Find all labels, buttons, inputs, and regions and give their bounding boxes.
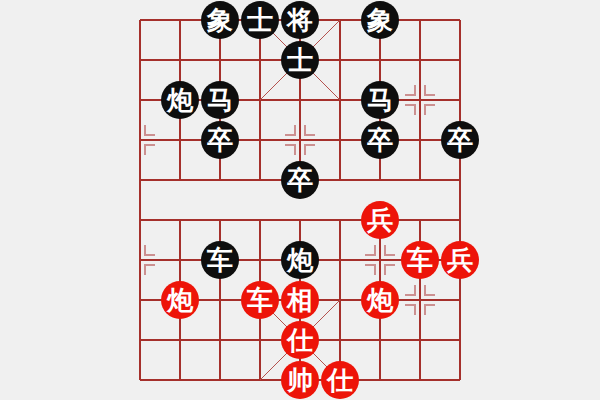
piece-red-advisor[interactable]: 仕 [281,321,319,359]
board-point[interactable] [360,320,400,360]
board-point[interactable] [400,40,440,80]
board-point[interactable]: 将 [280,0,320,40]
board-point[interactable]: 仕 [280,320,320,360]
board-point[interactable] [240,40,280,80]
board-point[interactable] [240,200,280,240]
piece-red-advisor[interactable]: 仕 [321,361,359,399]
board-point[interactable]: 炮 [160,80,200,120]
piece-black-advisor[interactable]: 士 [241,1,279,39]
board-point[interactable] [120,0,160,40]
board-point[interactable]: 卒 [200,120,240,160]
board-point[interactable] [320,240,360,280]
board-point[interactable] [320,320,360,360]
piece-black-chariot[interactable]: 车 [201,241,239,279]
board-point[interactable]: 相 [280,280,320,320]
board-point[interactable] [240,240,280,280]
piece-black-elephant[interactable]: 象 [201,1,239,39]
board-point[interactable] [440,320,480,360]
board-point[interactable]: 车 [400,240,440,280]
board-point[interactable] [320,40,360,80]
board-point[interactable]: 象 [360,0,400,40]
board-point[interactable] [440,40,480,80]
board-point[interactable] [200,280,240,320]
board-point[interactable] [440,0,480,40]
board-point[interactable] [320,0,360,40]
piece-red-general[interactable]: 帅 [281,361,319,399]
board-point[interactable] [160,160,200,200]
piece-red-chariot[interactable]: 车 [241,281,279,319]
piece-black-elephant[interactable]: 象 [361,1,399,39]
board-point[interactable]: 炮 [360,280,400,320]
piece-red-pawn[interactable]: 兵 [361,201,399,239]
piece-red-cannon[interactable]: 炮 [361,281,399,319]
board-point[interactable] [400,80,440,120]
board-point[interactable] [120,320,160,360]
board-point[interactable] [200,200,240,240]
board-point[interactable]: 马 [200,80,240,120]
board-point[interactable]: 炮 [160,280,200,320]
board-point[interactable] [360,40,400,80]
board-point[interactable] [400,120,440,160]
board-point[interactable] [320,280,360,320]
board-point[interactable] [440,200,480,240]
piece-black-advisor[interactable]: 士 [281,41,319,79]
board-point[interactable] [240,80,280,120]
board-point[interactable] [160,200,200,240]
board-point[interactable] [400,200,440,240]
board-point[interactable] [160,360,200,400]
board-point[interactable]: 炮 [280,240,320,280]
board-point[interactable] [400,320,440,360]
piece-black-cannon[interactable]: 炮 [281,241,319,279]
board-point[interactable] [240,160,280,200]
board-point[interactable]: 兵 [440,240,480,280]
board-point[interactable] [160,40,200,80]
board-point[interactable] [120,160,160,200]
board-point[interactable]: 车 [200,240,240,280]
board-point[interactable] [440,360,480,400]
board-point[interactable] [320,120,360,160]
piece-red-cannon[interactable]: 炮 [161,281,199,319]
xiangqi-board: 象士将象士炮马马卒卒卒卒兵车炮车兵炮车相炮仕帅仕 [120,0,480,400]
piece-black-pawn[interactable]: 卒 [441,121,479,159]
board-point[interactable]: 帅 [280,360,320,400]
board-point[interactable] [160,240,200,280]
board-point[interactable] [280,120,320,160]
board-point[interactable] [120,120,160,160]
board-point[interactable] [360,360,400,400]
board-point[interactable]: 卒 [360,120,400,160]
board-point[interactable] [320,200,360,240]
piece-black-pawn[interactable]: 卒 [281,161,319,199]
board-point[interactable]: 卒 [440,120,480,160]
board-point[interactable]: 兵 [360,200,400,240]
board-point[interactable] [120,200,160,240]
board-point[interactable]: 马 [360,80,400,120]
piece-black-cannon[interactable]: 炮 [161,81,199,119]
board-point[interactable] [120,280,160,320]
board-point[interactable] [280,80,320,120]
board-point[interactable] [320,80,360,120]
board-point[interactable]: 卒 [280,160,320,200]
board-point[interactable] [240,320,280,360]
board-point[interactable] [360,240,400,280]
board-point[interactable]: 仕 [320,360,360,400]
piece-black-horse[interactable]: 马 [361,81,399,119]
board-point[interactable]: 士 [240,0,280,40]
board-point[interactable] [200,360,240,400]
board-point[interactable] [160,120,200,160]
board-point[interactable] [320,160,360,200]
board-point[interactable] [200,160,240,200]
board-point[interactable] [400,160,440,200]
board-point[interactable] [120,40,160,80]
piece-black-pawn[interactable]: 卒 [361,121,399,159]
board-point[interactable] [240,360,280,400]
piece-red-pawn[interactable]: 兵 [441,241,479,279]
piece-red-elephant[interactable]: 相 [281,281,319,319]
board-point[interactable] [240,120,280,160]
board-point[interactable] [120,240,160,280]
board-point[interactable]: 车 [240,280,280,320]
board-point[interactable] [200,40,240,80]
board-point[interactable] [280,200,320,240]
xiangqi-app-canvas: 象士将象士炮马马卒卒卒卒兵车炮车兵炮车相炮仕帅仕 [0,0,600,400]
board-point[interactable] [400,280,440,320]
board-point[interactable]: 象 [200,0,240,40]
board-point[interactable] [400,360,440,400]
board-point[interactable] [120,80,160,120]
board-point[interactable] [400,0,440,40]
board-point[interactable] [160,320,200,360]
board-point[interactable] [120,360,160,400]
board-point[interactable] [360,160,400,200]
board-point[interactable] [160,0,200,40]
board-point[interactable]: 士 [280,40,320,80]
piece-red-chariot[interactable]: 车 [401,241,439,279]
piece-black-general[interactable]: 将 [281,1,319,39]
board-point[interactable] [440,160,480,200]
piece-black-horse[interactable]: 马 [201,81,239,119]
piece-black-pawn[interactable]: 卒 [201,121,239,159]
board-point[interactable] [200,320,240,360]
board-point[interactable] [440,80,480,120]
board-point[interactable] [440,280,480,320]
